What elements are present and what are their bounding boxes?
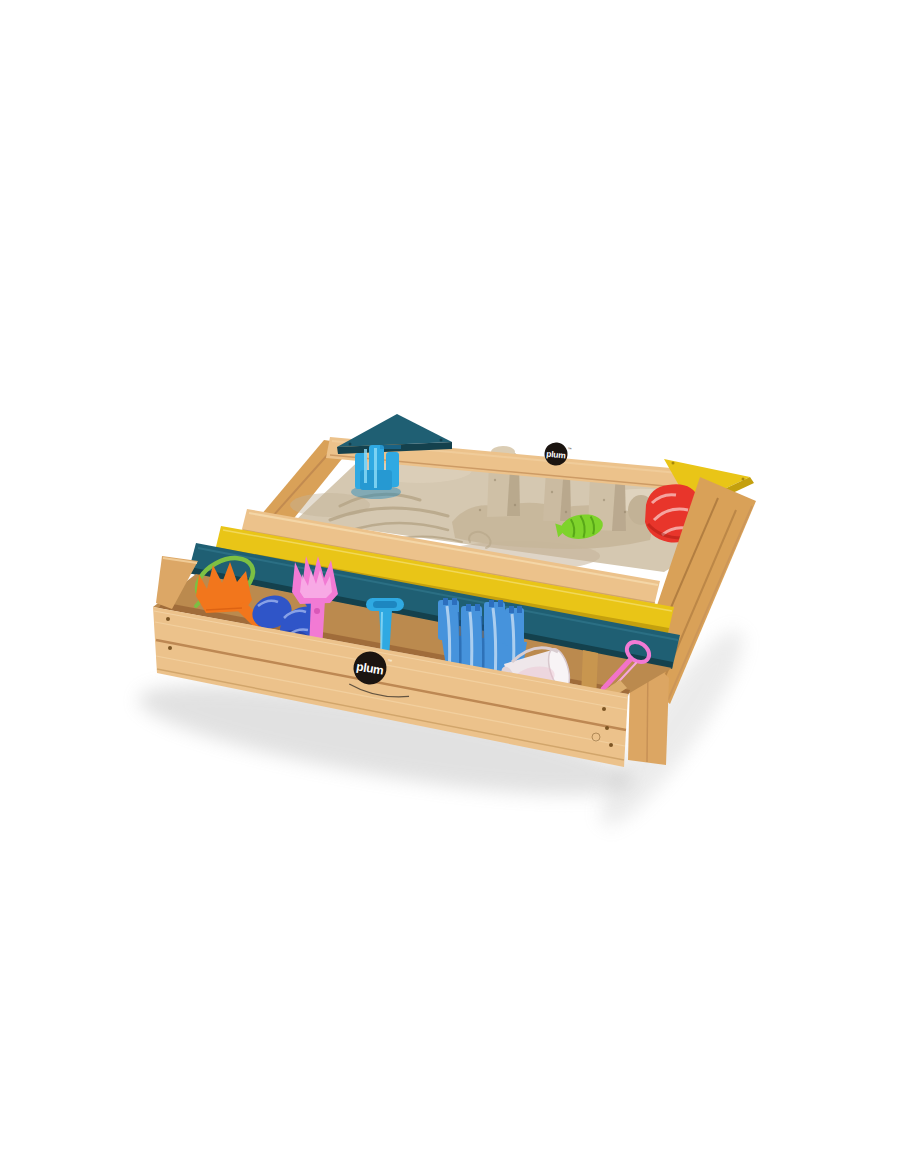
sandpit-product-photo: plum ™ bbox=[0, 0, 902, 1166]
blue-castle-mould bbox=[351, 445, 401, 499]
plum-logo-back-text: plum bbox=[546, 449, 567, 461]
plum-logo-back-tm: ™ bbox=[567, 446, 572, 451]
plum-logo-front-tm: ™ bbox=[387, 658, 393, 665]
product-photo-canvas: plum ™ bbox=[0, 0, 902, 1166]
